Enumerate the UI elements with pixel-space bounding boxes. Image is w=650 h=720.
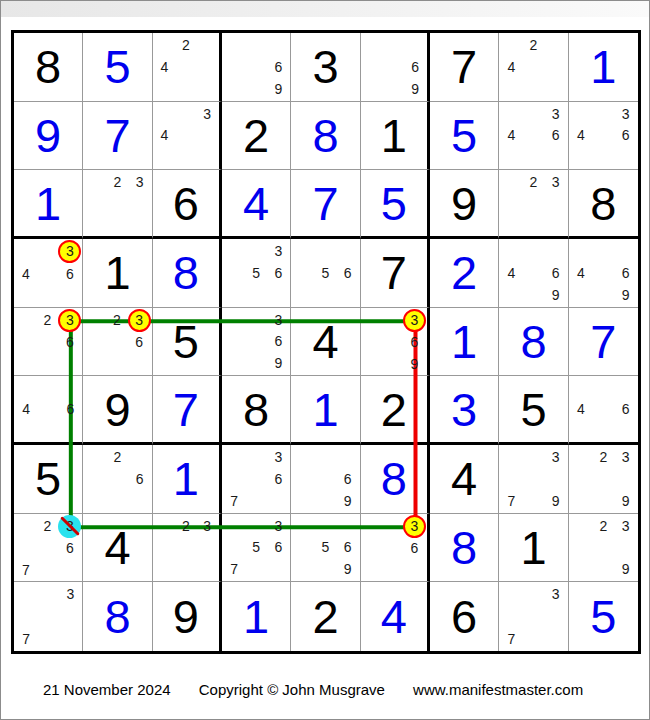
footer-copyright: Copyright © John Musgrave	[199, 681, 385, 698]
given-digit: 7	[381, 249, 407, 296]
candidate-digit: 6	[411, 541, 419, 555]
cell-r6c6[interactable]: 2	[361, 376, 430, 445]
candidate-digit: 6	[66, 267, 74, 281]
cell-r8c2[interactable]: 4	[83, 514, 152, 583]
cell-r8c4[interactable]: 3567	[222, 514, 291, 583]
cell-r8c1[interactable]: 2367	[14, 514, 83, 583]
candidate-digit: 3	[274, 313, 282, 327]
candidate-digit: 9	[344, 494, 352, 508]
candidate-digit: 2	[530, 175, 538, 189]
given-digit: 2	[312, 593, 338, 640]
pencil-marks: 69	[362, 34, 426, 100]
given-digit: 4	[312, 318, 338, 365]
cell-r5c4[interactable]: 369	[222, 308, 291, 377]
candidate-digit: 2	[113, 313, 121, 327]
solved-digit: 4	[243, 180, 269, 227]
cell-r9c2[interactable]: 8	[83, 582, 152, 651]
candidate-digit: 6	[622, 402, 630, 416]
cell-r7c4[interactable]: 367	[222, 445, 291, 514]
candidate-digit: 9	[552, 288, 560, 302]
footer-date: 21 November 2024	[43, 681, 171, 698]
cell-r7c2[interactable]: 26	[83, 445, 152, 514]
cell-r2c1[interactable]: 9	[14, 102, 83, 171]
given-digit: 8	[35, 43, 61, 90]
pencil-marks: 46	[570, 377, 637, 441]
cell-r9c1[interactable]: 37	[14, 582, 83, 651]
given-digit: 8	[243, 386, 269, 433]
candidate-digit: 6	[274, 540, 282, 554]
given-digit: 6	[451, 593, 477, 640]
solved-digit: 7	[104, 112, 130, 159]
cell-r3c6[interactable]: 5	[361, 170, 430, 239]
cell-r1c1[interactable]: 8	[14, 33, 83, 102]
cell-r9c8[interactable]: 37	[499, 582, 568, 651]
cell-r7c9[interactable]: 239	[569, 445, 638, 514]
cell-r2c8[interactable]: 346	[499, 102, 568, 171]
solved-digit: 8	[312, 112, 338, 159]
given-digit: 5	[520, 386, 546, 433]
cell-r4c9[interactable]: 469	[569, 239, 638, 308]
chain-node-circle-yellow: 3	[58, 309, 81, 332]
cell-r6c8[interactable]: 5	[499, 376, 568, 445]
footer-website[interactable]: www.manifestmaster.com	[413, 681, 583, 698]
given-digit: 5	[35, 455, 61, 502]
given-digit: 8	[590, 180, 616, 227]
solved-digit: 5	[104, 43, 130, 90]
candidate-digit: 9	[274, 82, 282, 96]
candidate-digit: 4	[160, 128, 168, 142]
candidate-digit: 4	[507, 128, 515, 142]
cell-r4c2[interactable]: 1	[83, 239, 152, 308]
candidate-digit: 2	[114, 450, 122, 464]
pencil-marks: 369	[362, 309, 426, 375]
cell-r4c8[interactable]: 469	[499, 239, 568, 308]
candidate-digit: 7	[230, 494, 238, 508]
cell-r3c8[interactable]: 23	[499, 170, 568, 239]
cell-r2c4[interactable]: 2	[222, 102, 291, 171]
given-digit: 6	[173, 180, 199, 227]
candidate-digit: 6	[274, 334, 282, 348]
solved-digit: 1	[173, 455, 199, 502]
candidate-digit: 9	[411, 82, 419, 96]
candidate-digit: 2	[599, 519, 607, 533]
solved-digit: 1	[451, 318, 477, 365]
cell-r4c4[interactable]: 356	[222, 239, 291, 308]
cell-r6c5[interactable]: 1	[291, 376, 360, 445]
cell-r4c6[interactable]: 7	[361, 239, 430, 308]
cell-r8c9[interactable]: 239	[569, 514, 638, 583]
candidate-digit: 3	[552, 587, 560, 601]
cell-r2c3[interactable]: 34	[153, 102, 222, 171]
cell-r8c6[interactable]: 36	[361, 514, 430, 583]
candidate-digit: 6	[552, 128, 560, 142]
cell-r4c5[interactable]: 56	[291, 239, 360, 308]
pencil-marks: 236	[84, 309, 150, 375]
solved-digit: 5	[381, 180, 407, 227]
candidate-digit: 4	[577, 128, 585, 142]
cell-r1c5[interactable]: 3	[291, 33, 360, 102]
cell-r7c5[interactable]: 69	[291, 445, 360, 514]
cell-r1c2[interactable]: 5	[83, 33, 152, 102]
cell-r6c4[interactable]: 8	[222, 376, 291, 445]
cell-r8c3[interactable]: 23	[153, 514, 222, 583]
pencil-marks: 69	[223, 34, 289, 100]
given-digit: 4	[451, 455, 477, 502]
candidate-digit: 5	[252, 540, 260, 554]
candidate-digit: 4	[507, 266, 515, 280]
cell-r5c3[interactable]: 5	[153, 308, 222, 377]
candidate-digit: 6	[66, 541, 74, 555]
cell-r5c7[interactable]: 1	[430, 308, 499, 377]
candidate-digit: 3	[203, 519, 211, 533]
cell-r4c3[interactable]: 8	[153, 239, 222, 308]
given-digit: 2	[381, 386, 407, 433]
solved-digit: 8	[173, 249, 199, 296]
cell-r1c6[interactable]: 69	[361, 33, 430, 102]
candidate-digit: 5	[322, 540, 330, 554]
pencil-marks: 239	[570, 446, 637, 512]
candidate-digit: 3	[66, 519, 74, 533]
solved-digit: 1	[35, 180, 61, 227]
solved-digit: 8	[104, 593, 130, 640]
solved-digit: 7	[312, 180, 338, 227]
cell-r7c7[interactable]: 4	[430, 445, 499, 514]
solved-digit: 1	[590, 43, 616, 90]
given-digit: 7	[451, 43, 477, 90]
pencil-marks: 239	[570, 515, 637, 581]
cell-r4c7[interactable]: 2	[430, 239, 499, 308]
cell-r9c4[interactable]: 1	[222, 582, 291, 651]
chain-node-circle-yellow: 3	[128, 309, 151, 332]
candidate-digit: 4	[160, 60, 168, 74]
pencil-marks: 23	[84, 171, 150, 235]
pencil-marks: 236	[15, 309, 81, 375]
given-digit: 9	[451, 180, 477, 227]
candidate-digit: 9	[622, 494, 630, 508]
candidate-digit: 2	[182, 519, 190, 533]
candidate-digit: 6	[344, 472, 352, 486]
cell-r6c7[interactable]: 3	[430, 376, 499, 445]
cell-r1c8[interactable]: 24	[499, 33, 568, 102]
cell-r1c9[interactable]: 1	[569, 33, 638, 102]
cell-r5c6[interactable]: 369	[361, 308, 430, 377]
candidate-digit: 2	[599, 450, 607, 464]
given-digit: 3	[312, 43, 338, 90]
cell-r5c9[interactable]: 7	[569, 308, 638, 377]
candidate-digit: 6	[274, 266, 282, 280]
candidate-digit: 6	[411, 60, 419, 74]
solved-digit: 8	[520, 318, 546, 365]
candidate-digit: 7	[230, 562, 238, 576]
candidate-digit: 9	[344, 562, 352, 576]
candidate-digit: 3	[136, 175, 144, 189]
candidate-digit: 2	[114, 175, 122, 189]
pencil-marks: 3567	[223, 515, 289, 581]
candidate-digit: 3	[552, 450, 560, 464]
pencil-marks: 56	[292, 240, 358, 306]
cell-r3c2[interactable]: 23	[83, 170, 152, 239]
cell-r7c3[interactable]: 1	[153, 445, 222, 514]
pencil-marks: 379	[500, 446, 566, 512]
solved-digit: 8	[381, 455, 407, 502]
candidate-digit: 3	[274, 244, 282, 258]
chain-node-circle-yellow: 3	[403, 515, 426, 538]
candidate-digit: 3	[203, 107, 211, 121]
candidate-digit: 4	[577, 402, 585, 416]
cell-r7c1[interactable]: 5	[14, 445, 83, 514]
cell-r5c1[interactable]: 236	[14, 308, 83, 377]
candidate-digit: 9	[622, 562, 630, 576]
given-digit: 2	[243, 112, 269, 159]
pencil-marks: 34	[154, 103, 218, 169]
pencil-marks: 37	[15, 583, 81, 650]
candidate-digit: 6	[66, 402, 74, 416]
cell-r6c3[interactable]: 7	[153, 376, 222, 445]
candidate-digit: 7	[507, 632, 515, 646]
cell-r9c5[interactable]: 2	[291, 582, 360, 651]
cell-r1c7[interactable]: 7	[430, 33, 499, 102]
candidate-digit: 6	[344, 266, 352, 280]
cell-r1c4[interactable]: 69	[222, 33, 291, 102]
pencil-marks: 356	[223, 240, 289, 306]
candidate-digit: 9	[622, 288, 630, 302]
candidate-digit: 6	[274, 472, 282, 486]
pencil-marks: 469	[500, 240, 566, 306]
candidate-digit: 6	[274, 60, 282, 74]
candidate-digit: 3	[411, 313, 419, 327]
solved-digit: 1	[312, 386, 338, 433]
cell-r9c7[interactable]: 6	[430, 582, 499, 651]
solved-digit: 5	[451, 112, 477, 159]
pencil-marks: 69	[292, 446, 358, 512]
candidate-digit: 6	[411, 335, 419, 349]
candidate-digit: 3	[552, 175, 560, 189]
given-digit: 9	[104, 386, 130, 433]
pencil-marks: 46	[15, 377, 81, 441]
cell-r9c6[interactable]: 4	[361, 582, 430, 651]
pencil-marks: 346	[500, 103, 566, 169]
candidate-digit: 7	[507, 494, 515, 508]
cell-r6c1[interactable]: 46	[14, 376, 83, 445]
candidate-digit: 2	[530, 38, 538, 52]
candidate-digit: 3	[66, 587, 74, 601]
cell-r1c3[interactable]: 24	[153, 33, 222, 102]
pencil-marks: 367	[223, 446, 289, 512]
candidate-digit: 4	[22, 267, 30, 281]
cell-r2c9[interactable]: 346	[569, 102, 638, 171]
solved-digit: 7	[173, 386, 199, 433]
cell-r8c7[interactable]: 8	[430, 514, 499, 583]
candidate-digit: 2	[44, 519, 52, 533]
pencil-marks: 346	[570, 103, 637, 169]
sudoku-board: 8524693697241973428153463461236475923834…	[11, 30, 641, 654]
candidate-digit: 4	[22, 402, 30, 416]
pencil-marks: 23	[500, 171, 566, 235]
given-digit: 1	[381, 112, 407, 159]
cell-r5c8[interactable]: 8	[499, 308, 568, 377]
pencil-marks: 24	[500, 34, 566, 100]
pencil-marks: 346	[15, 240, 81, 306]
cell-r2c5[interactable]: 8	[291, 102, 360, 171]
footer: 21 November 2024 Copyright © John Musgra…	[43, 681, 607, 698]
candidate-digit: 6	[135, 335, 143, 349]
pencil-marks: 23	[154, 515, 218, 581]
candidate-digit: 3	[274, 450, 282, 464]
cell-r6c9[interactable]: 46	[569, 376, 638, 445]
candidate-digit: 6	[552, 266, 560, 280]
candidate-digit: 6	[136, 472, 144, 486]
candidate-digit: 6	[622, 266, 630, 280]
candidate-digit: 5	[322, 266, 330, 280]
candidate-digit: 3	[622, 519, 630, 533]
pencil-marks: 37	[500, 583, 566, 650]
cell-r2c2[interactable]: 7	[83, 102, 152, 171]
cell-r8c5[interactable]: 569	[291, 514, 360, 583]
candidate-digit: 3	[622, 107, 630, 121]
cell-r4c1[interactable]: 346	[14, 239, 83, 308]
cell-r7c6[interactable]: 8	[361, 445, 430, 514]
candidate-digit: 6	[66, 335, 74, 349]
given-digit: 9	[173, 593, 199, 640]
cell-r2c6[interactable]: 1	[361, 102, 430, 171]
cell-r5c2[interactable]: 236	[83, 308, 152, 377]
cell-r3c3[interactable]: 6	[153, 170, 222, 239]
solved-digit: 2	[451, 249, 477, 296]
given-digit: 4	[104, 524, 130, 571]
pencil-marks: 2367	[15, 515, 81, 581]
chain-node-circle-yellow: 3	[58, 240, 81, 263]
candidate-digit: 3	[66, 244, 74, 258]
cell-r5c5[interactable]: 4	[291, 308, 360, 377]
cell-r3c7[interactable]: 9	[430, 170, 499, 239]
top-toolbar-strip	[1, 1, 649, 17]
candidate-digit: 3	[66, 313, 74, 327]
solved-digit: 9	[35, 112, 61, 159]
candidate-digit: 9	[552, 494, 560, 508]
page: 8524693697241973428153463461236475923834…	[0, 0, 650, 720]
candidate-digit: 6	[622, 128, 630, 142]
candidate-digit: 6	[344, 540, 352, 554]
candidate-digit: 9	[274, 356, 282, 370]
candidate-digit: 2	[44, 313, 52, 327]
cell-r3c5[interactable]: 7	[291, 170, 360, 239]
cell-r2c7[interactable]: 5	[430, 102, 499, 171]
candidate-digit: 3	[274, 519, 282, 533]
candidate-digit: 3	[411, 519, 419, 533]
elimination-circle-cyan: 3	[58, 515, 81, 538]
solved-digit: 7	[590, 318, 616, 365]
candidate-digit: 4	[577, 266, 585, 280]
solved-digit: 1	[243, 593, 269, 640]
candidate-digit: 5	[252, 266, 260, 280]
pencil-marks: 369	[223, 309, 289, 375]
pencil-marks: 569	[292, 515, 358, 581]
pencil-marks: 36	[362, 515, 426, 581]
candidate-digit: 4	[507, 60, 515, 74]
cell-r7c8[interactable]: 379	[499, 445, 568, 514]
given-digit: 1	[520, 524, 546, 571]
pencil-marks: 469	[570, 240, 637, 306]
cell-r9c3[interactable]: 9	[153, 582, 222, 651]
candidate-digit: 3	[622, 450, 630, 464]
cell-r3c4[interactable]: 4	[222, 170, 291, 239]
candidate-digit: 3	[135, 313, 143, 327]
candidate-digit: 7	[22, 563, 30, 577]
cell-r6c2[interactable]: 9	[83, 376, 152, 445]
solved-digit: 5	[590, 593, 616, 640]
solved-digit: 3	[451, 386, 477, 433]
cell-r8c8[interactable]: 1	[499, 514, 568, 583]
given-digit: 1	[104, 249, 130, 296]
cell-r3c9[interactable]: 8	[569, 170, 638, 239]
chain-node-circle-yellow: 3	[403, 309, 426, 332]
candidate-digit: 7	[22, 632, 30, 646]
cell-r9c9[interactable]: 5	[569, 582, 638, 651]
solved-digit: 8	[451, 524, 477, 571]
candidate-digit: 2	[182, 38, 190, 52]
candidate-digit: 9	[411, 357, 419, 371]
pencil-marks: 26	[84, 446, 150, 512]
solved-digit: 4	[381, 593, 407, 640]
pencil-marks: 24	[154, 34, 218, 100]
cell-r3c1[interactable]: 1	[14, 170, 83, 239]
given-digit: 5	[173, 318, 199, 365]
candidate-digit: 3	[552, 107, 560, 121]
